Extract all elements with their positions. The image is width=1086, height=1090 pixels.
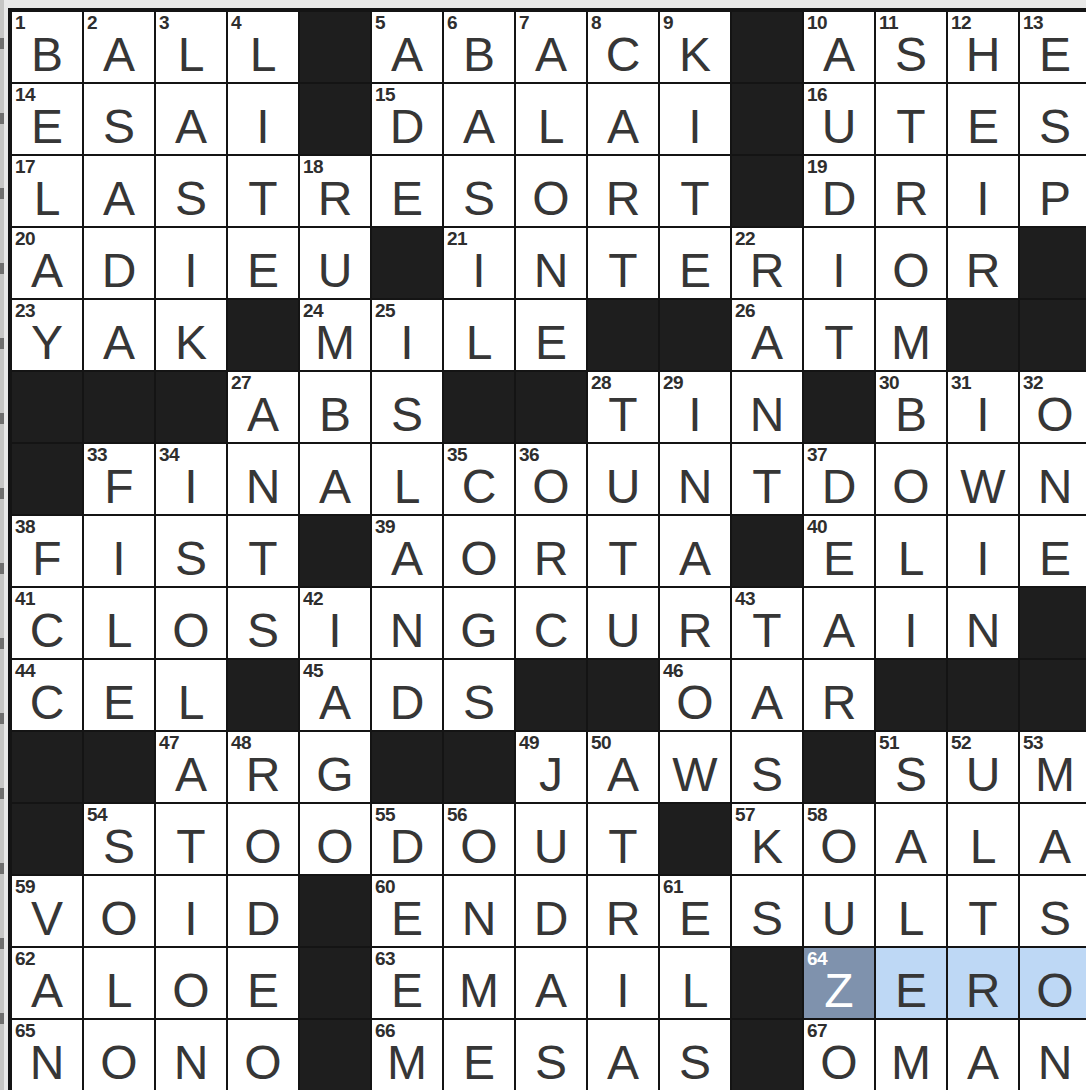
cell-r5c3[interactable]: K	[155, 299, 227, 371]
cell-r8c3[interactable]: S	[155, 515, 227, 587]
cell-r13c6[interactable]: 60E	[371, 875, 443, 947]
cell-letter: A	[300, 679, 370, 727]
cell-r9c10[interactable]: R	[659, 587, 731, 659]
cell-r7c2[interactable]: 33F	[83, 443, 155, 515]
cell-letter: E	[660, 247, 730, 295]
cell-r5c11[interactable]: 26A	[731, 299, 803, 371]
cell-r9c4[interactable]: S	[227, 587, 299, 659]
cell-letter: K	[156, 319, 226, 367]
cell-letter: U	[300, 247, 370, 295]
cell-letter: R	[732, 247, 802, 295]
cell-r3c10[interactable]: T	[659, 155, 731, 227]
black-cell-r2c5	[299, 83, 371, 155]
cell-r4c2[interactable]: D	[83, 227, 155, 299]
cell-letter: N	[444, 895, 514, 943]
cell-r3c9[interactable]: R	[587, 155, 659, 227]
cell-r8c4[interactable]: T	[227, 515, 299, 587]
cell-r6c9[interactable]: 28T	[587, 371, 659, 443]
black-cell-r3c11	[731, 155, 803, 227]
black-cell-r8c11	[731, 515, 803, 587]
cell-r8c13[interactable]: L	[875, 515, 947, 587]
cell-r6c6[interactable]: S	[371, 371, 443, 443]
cell-letter: A	[588, 103, 658, 151]
cell-r1c6[interactable]: 5A	[371, 11, 443, 83]
cell-r13c8[interactable]: D	[515, 875, 587, 947]
cell-r11c14[interactable]: 52U	[947, 731, 1019, 803]
cell-r14c2[interactable]: L	[83, 947, 155, 1019]
cell-r3c2[interactable]: A	[83, 155, 155, 227]
cell-r15c4[interactable]: O	[227, 1019, 299, 1090]
cell-letter: U	[516, 823, 586, 871]
cell-r4c9[interactable]: T	[587, 227, 659, 299]
cell-r8c9[interactable]: T	[587, 515, 659, 587]
cell-letter: S	[84, 103, 154, 151]
cell-r7c12[interactable]: 37D	[803, 443, 875, 515]
cell-r12c5[interactable]: O	[299, 803, 371, 875]
cell-r1c14[interactable]: 12H	[947, 11, 1019, 83]
cell-r7c9[interactable]: U	[587, 443, 659, 515]
cell-letter: M	[444, 967, 514, 1015]
cell-letter: A	[372, 535, 442, 583]
cell-letter: S	[876, 31, 946, 79]
cell-letter: I	[300, 607, 370, 655]
cell-letter: E	[660, 895, 730, 943]
cell-r6c10[interactable]: 29I	[659, 371, 731, 443]
cell-r9c7[interactable]: G	[443, 587, 515, 659]
cell-r7c10[interactable]: N	[659, 443, 731, 515]
cell-r15c12[interactable]: 67O	[803, 1019, 875, 1090]
cell-letter: M	[300, 319, 370, 367]
cell-r11c9[interactable]: 50A	[587, 731, 659, 803]
cell-r1c10[interactable]: 9K	[659, 11, 731, 83]
cell-r7c7[interactable]: 35C	[443, 443, 515, 515]
cell-r10c2[interactable]: E	[83, 659, 155, 731]
cell-r14c3[interactable]: O	[155, 947, 227, 1019]
black-cell-r11c6	[371, 731, 443, 803]
black-cell-r4c6	[371, 227, 443, 299]
cell-r7c8[interactable]: 36O	[515, 443, 587, 515]
cell-letter: O	[804, 1039, 874, 1087]
left-edge-strip	[0, 0, 4, 1090]
cell-r13c15[interactable]: S	[1019, 875, 1086, 947]
cell-r12c3[interactable]: T	[155, 803, 227, 875]
cell-r13c2[interactable]: O	[83, 875, 155, 947]
cell-letter: A	[516, 967, 586, 1015]
cell-letter: L	[948, 823, 1018, 871]
cell-r3c3[interactable]: S	[155, 155, 227, 227]
cell-r10c1[interactable]: 44C	[11, 659, 83, 731]
cell-letter: O	[804, 823, 874, 871]
cell-letter: E	[516, 319, 586, 367]
cell-r12c9[interactable]: T	[587, 803, 659, 875]
cell-letter: A	[732, 679, 802, 727]
cell-r2c9[interactable]: A	[587, 83, 659, 155]
cell-r15c9[interactable]: A	[587, 1019, 659, 1090]
cell-r15c2[interactable]: O	[83, 1019, 155, 1090]
cell-r2c12[interactable]: 16U	[803, 83, 875, 155]
cell-letter: V	[12, 895, 82, 943]
black-cell-r11c12	[803, 731, 875, 803]
cell-letter: C	[12, 679, 82, 727]
cell-r9c9[interactable]: U	[587, 587, 659, 659]
cell-r2c2[interactable]: S	[83, 83, 155, 155]
cell-r14c8[interactable]: A	[515, 947, 587, 1019]
cell-letter: E	[1020, 535, 1086, 583]
cell-r11c3[interactable]: 47A	[155, 731, 227, 803]
cell-r12c4[interactable]: O	[227, 803, 299, 875]
cell-r8c12[interactable]: 40E	[803, 515, 875, 587]
cell-letter: M	[876, 319, 946, 367]
cell-r1c15[interactable]: 13E	[1019, 11, 1086, 83]
cell-r13c11[interactable]: S	[731, 875, 803, 947]
cell-r12c7[interactable]: 56O	[443, 803, 515, 875]
cell-letter: A	[12, 967, 82, 1015]
cell-letter: A	[228, 391, 298, 439]
cell-letter: S	[84, 823, 154, 871]
cell-r13c7[interactable]: N	[443, 875, 515, 947]
cell-letter: L	[876, 535, 946, 583]
cell-letter: R	[300, 175, 370, 223]
cell-r7c11[interactable]: T	[731, 443, 803, 515]
cell-letter: T	[588, 823, 658, 871]
cell-letter: S	[516, 1039, 586, 1087]
cell-letter: T	[732, 607, 802, 655]
cell-r15c15[interactable]: N	[1019, 1019, 1086, 1090]
cell-r14c6[interactable]: 63E	[371, 947, 443, 1019]
cell-r8c6[interactable]: 39A	[371, 515, 443, 587]
cell-r3c1[interactable]: 17L	[11, 155, 83, 227]
cell-r9c13[interactable]: I	[875, 587, 947, 659]
cell-letter: A	[84, 319, 154, 367]
cell-r6c13[interactable]: 30B	[875, 371, 947, 443]
cell-r5c2[interactable]: A	[83, 299, 155, 371]
cell-r12c15[interactable]: A	[1019, 803, 1086, 875]
cell-r4c8[interactable]: N	[515, 227, 587, 299]
cell-letter: I	[372, 319, 442, 367]
cell-r10c3[interactable]: L	[155, 659, 227, 731]
black-cell-r10c15	[1019, 659, 1086, 731]
cell-r7c15[interactable]: N	[1019, 443, 1086, 515]
cell-r4c10[interactable]: E	[659, 227, 731, 299]
cell-r2c7[interactable]: A	[443, 83, 515, 155]
cell-letter: C	[12, 607, 82, 655]
cell-r1c8[interactable]: 7A	[515, 11, 587, 83]
cell-r9c6[interactable]: N	[371, 587, 443, 659]
cell-letter: I	[156, 463, 226, 511]
cell-letter: T	[876, 103, 946, 151]
cell-r5c1[interactable]: 23Y	[11, 299, 83, 371]
cell-r8c2[interactable]: I	[83, 515, 155, 587]
cell-r1c9[interactable]: 8C	[587, 11, 659, 83]
cell-r8c1[interactable]: 38F	[11, 515, 83, 587]
cell-letter: N	[948, 607, 1018, 655]
cell-r10c10[interactable]: 46O	[659, 659, 731, 731]
black-cell-r6c2	[83, 371, 155, 443]
cell-r1c12[interactable]: 10A	[803, 11, 875, 83]
cell-letter: E	[948, 103, 1018, 151]
cell-r10c6[interactable]: D	[371, 659, 443, 731]
cell-r6c15[interactable]: 32O	[1019, 371, 1086, 443]
cell-r7c5[interactable]: A	[299, 443, 371, 515]
cell-letter: F	[84, 463, 154, 511]
cell-r6c14[interactable]: 31I	[947, 371, 1019, 443]
cell-r1c13[interactable]: 11S	[875, 11, 947, 83]
cell-r14c12[interactable]: 64Z	[803, 947, 875, 1019]
cell-r9c12[interactable]: A	[803, 587, 875, 659]
cell-letter: R	[588, 895, 658, 943]
cell-letter: B	[300, 391, 370, 439]
cell-r12c2[interactable]: 54S	[83, 803, 155, 875]
cell-r2c8[interactable]: L	[515, 83, 587, 155]
cell-letter: D	[804, 175, 874, 223]
cell-r14c4[interactable]: E	[227, 947, 299, 1019]
cell-letter: L	[12, 175, 82, 223]
cell-r7c14[interactable]: W	[947, 443, 1019, 515]
cell-r4c12[interactable]: I	[803, 227, 875, 299]
cell-letter: C	[516, 607, 586, 655]
cell-r13c12[interactable]: U	[803, 875, 875, 947]
cell-letter: S	[228, 607, 298, 655]
cell-r11c4[interactable]: 48R	[227, 731, 299, 803]
cell-r14c9[interactable]: I	[587, 947, 659, 1019]
cell-r4c4[interactable]: E	[227, 227, 299, 299]
cell-r10c5[interactable]: 45A	[299, 659, 371, 731]
cell-r2c6[interactable]: 15D	[371, 83, 443, 155]
cell-r2c1[interactable]: 14E	[11, 83, 83, 155]
black-cell-r6c7	[443, 371, 515, 443]
cell-r7c4[interactable]: N	[227, 443, 299, 515]
cell-r8c14[interactable]: I	[947, 515, 1019, 587]
cell-letter: R	[876, 175, 946, 223]
cell-r15c7[interactable]: E	[443, 1019, 515, 1090]
cell-r15c10[interactable]: S	[659, 1019, 731, 1090]
cell-r12c12[interactable]: 58O	[803, 803, 875, 875]
cell-r9c2[interactable]: L	[83, 587, 155, 659]
cell-letter: S	[876, 751, 946, 799]
cell-r2c3[interactable]: A	[155, 83, 227, 155]
cell-r4c5[interactable]: U	[299, 227, 371, 299]
cell-r8c10[interactable]: A	[659, 515, 731, 587]
cell-r6c5[interactable]: B	[299, 371, 371, 443]
black-cell-r2c11	[731, 83, 803, 155]
cell-r4c3[interactable]: I	[155, 227, 227, 299]
cell-r9c8[interactable]: C	[515, 587, 587, 659]
black-cell-r5c15	[1019, 299, 1086, 371]
cell-r2c4[interactable]: I	[227, 83, 299, 155]
cell-letter: M	[876, 1039, 946, 1087]
cell-r3c8[interactable]: O	[515, 155, 587, 227]
cell-r13c1[interactable]: 59V	[11, 875, 83, 947]
cell-r3c4[interactable]: T	[227, 155, 299, 227]
cell-r15c14[interactable]: A	[947, 1019, 1019, 1090]
cell-r12c13[interactable]: A	[875, 803, 947, 875]
cell-r4c7[interactable]: 21I	[443, 227, 515, 299]
cell-r14c1[interactable]: 62A	[11, 947, 83, 1019]
cell-letter: J	[516, 751, 586, 799]
cell-r1c3[interactable]: 3L	[155, 11, 227, 83]
cell-r5c7[interactable]: L	[443, 299, 515, 371]
cell-r2c10[interactable]: I	[659, 83, 731, 155]
black-cell-r5c10	[659, 299, 731, 371]
cell-r13c4[interactable]: D	[227, 875, 299, 947]
cell-letter: A	[660, 535, 730, 583]
cell-r9c1[interactable]: 41C	[11, 587, 83, 659]
cell-r12c8[interactable]: U	[515, 803, 587, 875]
cell-r13c13[interactable]: L	[875, 875, 947, 947]
cell-r14c13[interactable]: E	[875, 947, 947, 1019]
cell-letter: O	[660, 679, 730, 727]
cell-r2c15[interactable]: S	[1019, 83, 1086, 155]
cell-letter: T	[660, 175, 730, 223]
cell-letter: L	[444, 319, 514, 367]
cell-letter: B	[876, 391, 946, 439]
cell-r2c13[interactable]: T	[875, 83, 947, 155]
cell-r9c3[interactable]: O	[155, 587, 227, 659]
cell-letter: W	[660, 751, 730, 799]
cell-letter: A	[588, 751, 658, 799]
cell-r14c10[interactable]: L	[659, 947, 731, 1019]
cell-letter: L	[516, 103, 586, 151]
cell-r4c11[interactable]: 22R	[731, 227, 803, 299]
cell-letter: I	[876, 607, 946, 655]
cell-letter: M	[1020, 751, 1086, 799]
cell-r7c3[interactable]: 34I	[155, 443, 227, 515]
cell-r15c3[interactable]: N	[155, 1019, 227, 1090]
cell-r13c3[interactable]: I	[155, 875, 227, 947]
black-cell-r15c5	[299, 1019, 371, 1090]
cell-r5c13[interactable]: M	[875, 299, 947, 371]
cell-letter: N	[156, 1039, 226, 1087]
cell-letter: M	[372, 1039, 442, 1087]
cell-letter: R	[516, 535, 586, 583]
cell-r8c8[interactable]: R	[515, 515, 587, 587]
cell-r3c15[interactable]: P	[1019, 155, 1086, 227]
cell-r11c10[interactable]: W	[659, 731, 731, 803]
black-cell-r6c3	[155, 371, 227, 443]
cell-letter: I	[444, 247, 514, 295]
cell-r12c6[interactable]: 55D	[371, 803, 443, 875]
cell-r14c15[interactable]: O	[1019, 947, 1086, 1019]
cell-letter: E	[1020, 31, 1086, 79]
cell-r15c13[interactable]: M	[875, 1019, 947, 1090]
cell-r5c6[interactable]: 25I	[371, 299, 443, 371]
cell-r6c11[interactable]: N	[731, 371, 803, 443]
cell-r3c12[interactable]: 19D	[803, 155, 875, 227]
cell-letter: D	[804, 463, 874, 511]
black-cell-r11c1	[11, 731, 83, 803]
cell-r13c9[interactable]: R	[587, 875, 659, 947]
cell-r13c10[interactable]: 61E	[659, 875, 731, 947]
cell-r9c5[interactable]: 42I	[299, 587, 371, 659]
cell-r6c4[interactable]: 27A	[227, 371, 299, 443]
cell-r3c14[interactable]: I	[947, 155, 1019, 227]
cell-r12c14[interactable]: L	[947, 803, 1019, 875]
cell-r1c2[interactable]: 2A	[83, 11, 155, 83]
cell-letter: F	[12, 535, 82, 583]
cell-r7c13[interactable]: O	[875, 443, 947, 515]
cell-letter: E	[444, 1039, 514, 1087]
cell-letter: N	[516, 247, 586, 295]
cell-letter: I	[156, 895, 226, 943]
cell-r5c8[interactable]: E	[515, 299, 587, 371]
cell-letter: A	[372, 31, 442, 79]
cell-r12c11[interactable]: 57K	[731, 803, 803, 875]
cell-r3c6[interactable]: E	[371, 155, 443, 227]
cell-letter: Z	[804, 967, 874, 1015]
cell-letter: S	[660, 1039, 730, 1087]
cell-r11c5[interactable]: G	[299, 731, 371, 803]
cell-r3c7[interactable]: S	[443, 155, 515, 227]
cell-r10c7[interactable]: S	[443, 659, 515, 731]
cell-letter: D	[84, 247, 154, 295]
cell-r11c8[interactable]: 49J	[515, 731, 587, 803]
cell-r15c1[interactable]: 65N	[11, 1019, 83, 1090]
cell-r3c5[interactable]: 18R	[299, 155, 371, 227]
cell-r13c14[interactable]: T	[947, 875, 1019, 947]
cell-letter: N	[660, 463, 730, 511]
cell-letter: L	[876, 895, 946, 943]
cell-r5c5[interactable]: 24M	[299, 299, 371, 371]
cell-letter: U	[804, 103, 874, 151]
cell-r4c13[interactable]: O	[875, 227, 947, 299]
cell-r10c11[interactable]: A	[731, 659, 803, 731]
cell-letter: T	[588, 391, 658, 439]
cell-r11c15[interactable]: 53M	[1019, 731, 1086, 803]
cell-letter: E	[228, 967, 298, 1015]
cell-r9c11[interactable]: 43T	[731, 587, 803, 659]
cell-r1c4[interactable]: 4L	[227, 11, 299, 83]
cell-r2c14[interactable]: E	[947, 83, 1019, 155]
cell-letter: O	[84, 895, 154, 943]
cell-r8c15[interactable]: E	[1019, 515, 1086, 587]
black-cell-r6c12	[803, 371, 875, 443]
black-cell-r13c5	[299, 875, 371, 947]
cell-letter: L	[84, 607, 154, 655]
cell-r9c14[interactable]: N	[947, 587, 1019, 659]
cell-r4c14[interactable]: R	[947, 227, 1019, 299]
cell-r1c1[interactable]: 1B	[11, 11, 83, 83]
cell-letter: O	[156, 967, 226, 1015]
cell-letter: A	[732, 319, 802, 367]
cell-r4c1[interactable]: 20A	[11, 227, 83, 299]
cell-r7c6[interactable]: L	[371, 443, 443, 515]
cell-r11c13[interactable]: 51S	[875, 731, 947, 803]
cell-r1c7[interactable]: 6B	[443, 11, 515, 83]
cell-r8c7[interactable]: O	[443, 515, 515, 587]
cell-letter: S	[1020, 103, 1086, 151]
cell-letter: E	[876, 967, 946, 1015]
black-cell-r10c13	[875, 659, 947, 731]
cell-letter: H	[948, 31, 1018, 79]
cell-r14c7[interactable]: M	[443, 947, 515, 1019]
cell-r11c11[interactable]: S	[731, 731, 803, 803]
cell-r5c12[interactable]: T	[803, 299, 875, 371]
cell-r3c13[interactable]: R	[875, 155, 947, 227]
cell-letter: I	[588, 967, 658, 1015]
cell-letter: T	[156, 823, 226, 871]
cell-r15c8[interactable]: S	[515, 1019, 587, 1090]
cell-letter: I	[948, 391, 1018, 439]
cell-letter: N	[732, 391, 802, 439]
cell-r10c12[interactable]: R	[803, 659, 875, 731]
black-cell-r5c9	[587, 299, 659, 371]
cell-r15c6[interactable]: 66M	[371, 1019, 443, 1090]
cell-letter: L	[84, 967, 154, 1015]
cell-letter: O	[1020, 391, 1086, 439]
cell-r14c14[interactable]: R	[947, 947, 1019, 1019]
cell-letter: A	[948, 1039, 1018, 1087]
black-cell-r12c10	[659, 803, 731, 875]
